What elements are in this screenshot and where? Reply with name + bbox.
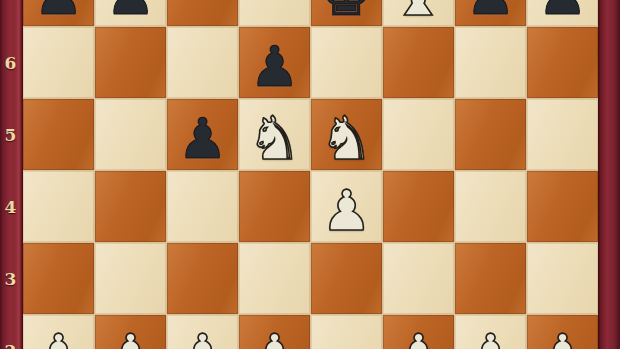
square-e2[interactable]: [311, 315, 382, 349]
white-pawn: ♟: [465, 319, 515, 349]
square-b4[interactable]: [95, 171, 166, 242]
rank-label-5: 5: [0, 124, 21, 146]
square-e3[interactable]: [311, 243, 382, 314]
white-pawn: ♟: [249, 319, 299, 349]
square-g2[interactable]: ♟: [455, 315, 526, 349]
square-h3[interactable]: [527, 243, 598, 314]
black-pawn: ♟: [33, 0, 83, 30]
square-g5[interactable]: [455, 99, 526, 170]
white-pawn: ♟: [33, 319, 83, 349]
square-b2[interactable]: ♟: [95, 315, 166, 349]
square-h6[interactable]: [527, 27, 598, 98]
black-pawn: ♟: [177, 103, 227, 174]
white-knight: ♞: [248, 103, 302, 174]
square-g6[interactable]: [455, 27, 526, 98]
white-bishop: ♝: [392, 0, 446, 30]
square-c5[interactable]: ♟: [167, 99, 238, 170]
white-pawn: ♟: [177, 319, 227, 349]
black-pawn: ♟: [105, 0, 155, 30]
square-c4[interactable]: [167, 171, 238, 242]
square-b6[interactable]: [95, 27, 166, 98]
rank-label-7: 7: [0, 0, 21, 2]
square-a2[interactable]: ♟: [23, 315, 94, 349]
square-h4[interactable]: [527, 171, 598, 242]
rank-label-6: 6: [0, 52, 21, 74]
square-f5[interactable]: [383, 99, 454, 170]
white-pawn: ♟: [537, 319, 587, 349]
square-h7[interactable]: ♟: [527, 0, 598, 26]
square-e4[interactable]: ♟: [311, 171, 382, 242]
black-pawn: ♟: [249, 31, 299, 102]
square-h5[interactable]: [527, 99, 598, 170]
chess-diagram: ♟♟♚♝♟♟♟♟♞♞♟♟♟♟♟♟♟♟ 765432: [0, 0, 620, 349]
square-a3[interactable]: [23, 243, 94, 314]
chess-board: ♟♟♚♝♟♟♟♟♞♞♟♟♟♟♟♟♟♟: [23, 0, 598, 349]
white-pawn: ♟: [393, 319, 443, 349]
square-b5[interactable]: [95, 99, 166, 170]
white-pawn: ♟: [321, 175, 371, 246]
square-c6[interactable]: [167, 27, 238, 98]
square-a7[interactable]: ♟: [23, 0, 94, 26]
board-left-border: 765432: [0, 0, 23, 349]
square-d2[interactable]: ♟: [239, 315, 310, 349]
black-king: ♚: [320, 0, 374, 30]
rank-label-4: 4: [0, 196, 21, 218]
square-b3[interactable]: [95, 243, 166, 314]
rank-label-3: 3: [0, 268, 21, 290]
rank-label-2: 2: [0, 340, 21, 349]
square-a4[interactable]: [23, 171, 94, 242]
square-e5[interactable]: ♞: [311, 99, 382, 170]
square-g3[interactable]: [455, 243, 526, 314]
square-c7[interactable]: [167, 0, 238, 26]
square-a5[interactable]: [23, 99, 94, 170]
square-f2[interactable]: ♟: [383, 315, 454, 349]
black-pawn: ♟: [537, 0, 587, 30]
square-f3[interactable]: [383, 243, 454, 314]
black-pawn: ♟: [465, 0, 515, 30]
square-d7[interactable]: [239, 0, 310, 26]
square-c2[interactable]: ♟: [167, 315, 238, 349]
square-d5[interactable]: ♞: [239, 99, 310, 170]
square-d3[interactable]: [239, 243, 310, 314]
square-a6[interactable]: [23, 27, 94, 98]
square-d4[interactable]: [239, 171, 310, 242]
square-f7[interactable]: ♝: [383, 0, 454, 26]
square-c3[interactable]: [167, 243, 238, 314]
square-g4[interactable]: [455, 171, 526, 242]
white-pawn: ♟: [105, 319, 155, 349]
square-h2[interactable]: ♟: [527, 315, 598, 349]
board-right-border: [598, 0, 620, 349]
square-b7[interactable]: ♟: [95, 0, 166, 26]
square-f4[interactable]: [383, 171, 454, 242]
square-g7[interactable]: ♟: [455, 0, 526, 26]
square-e7[interactable]: ♚: [311, 0, 382, 26]
white-knight: ♞: [320, 103, 374, 174]
square-e6[interactable]: [311, 27, 382, 98]
square-f6[interactable]: [383, 27, 454, 98]
square-d6[interactable]: ♟: [239, 27, 310, 98]
